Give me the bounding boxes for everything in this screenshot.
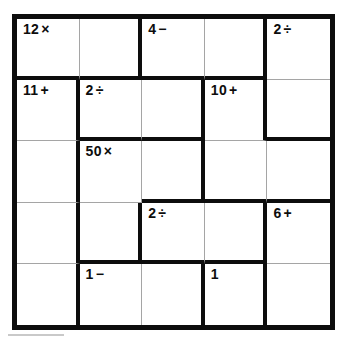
cell-r5c3[interactable]	[142, 264, 205, 325]
cage-operator: ÷	[96, 82, 104, 98]
cell-r3c3[interactable]	[142, 141, 205, 202]
cage-clue: 1	[211, 267, 219, 282]
cell-r1c2[interactable]	[80, 19, 143, 80]
cage-operator: −	[96, 266, 104, 282]
cell-r3c2[interactable]: 50×	[80, 141, 143, 202]
cell-r1c3[interactable]: 4−	[142, 19, 205, 80]
cage-clue: 10+	[211, 83, 238, 98]
cell-r4c3[interactable]: 2÷	[142, 203, 205, 264]
cell-r5c2[interactable]: 1−	[80, 264, 143, 325]
cell-r2c2[interactable]: 2÷	[80, 80, 143, 141]
cage-operator: +	[229, 82, 237, 98]
cell-r1c5[interactable]: 2÷	[267, 19, 330, 80]
cage-clue: 50×	[86, 144, 113, 159]
cell-r2c1[interactable]: 11+	[17, 80, 80, 141]
cage-operator: +	[40, 82, 48, 98]
cell-r3c5[interactable]	[267, 141, 330, 202]
cell-r5c4[interactable]: 1	[205, 264, 268, 325]
cell-r5c1[interactable]	[17, 264, 80, 325]
cell-r2c3[interactable]	[142, 80, 205, 141]
cell-r4c4[interactable]	[205, 203, 268, 264]
cell-r3c4[interactable]	[205, 141, 268, 202]
cell-r4c5[interactable]: 6+	[267, 203, 330, 264]
cage-clue: 11+	[23, 83, 49, 98]
shadow-artifact	[8, 334, 64, 336]
cage-operator: ÷	[283, 21, 291, 37]
cage-clue: 1−	[86, 267, 105, 282]
cage-clue: 2÷	[273, 22, 291, 37]
cell-r1c4[interactable]	[205, 19, 268, 80]
kenken-page: { "game": "kenken", "title": "5x5 KenKen…	[0, 0, 350, 339]
cell-r2c5[interactable]	[267, 80, 330, 141]
cell-r2c4[interactable]: 10+	[205, 80, 268, 141]
cage-clue: 6+	[273, 206, 292, 221]
cell-r4c1[interactable]	[17, 203, 80, 264]
kenken-board: 12×4−2÷11+2÷10+50×2÷6+1−1	[12, 14, 335, 330]
cage-operator: −	[158, 21, 166, 37]
cell-r1c1[interactable]: 12×	[17, 19, 80, 80]
cage-clue: 2÷	[148, 206, 166, 221]
cell-r4c2[interactable]	[80, 203, 143, 264]
cage-clue: 12×	[23, 22, 50, 37]
cage-operator: ×	[104, 143, 112, 159]
cell-r5c5[interactable]	[267, 264, 330, 325]
cell-r3c1[interactable]	[17, 141, 80, 202]
cage-operator: +	[283, 205, 291, 221]
cage-clue: 4−	[148, 22, 167, 37]
cage-clue: 2÷	[86, 83, 104, 98]
cage-operator: ÷	[158, 205, 166, 221]
cage-operator: ×	[41, 21, 49, 37]
